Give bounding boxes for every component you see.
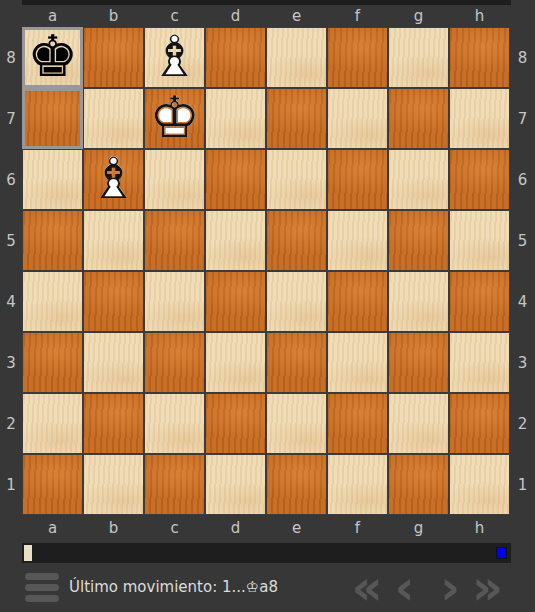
square-a2[interactable] <box>22 393 83 454</box>
square-h5[interactable] <box>449 210 510 271</box>
square-h8[interactable] <box>449 27 510 88</box>
square-c6[interactable] <box>144 149 205 210</box>
rank-label: 1 <box>510 454 535 515</box>
square-e4[interactable] <box>266 271 327 332</box>
square-d6[interactable] <box>205 149 266 210</box>
square-h2[interactable] <box>449 393 510 454</box>
rank-label: 6 <box>0 149 22 210</box>
file-label: b <box>83 515 144 540</box>
square-d8[interactable] <box>205 27 266 88</box>
square-g8[interactable] <box>388 27 449 88</box>
square-g5[interactable] <box>388 210 449 271</box>
square-f5[interactable] <box>327 210 388 271</box>
square-e2[interactable] <box>266 393 327 454</box>
file-label: g <box>388 5 449 27</box>
square-c4[interactable] <box>144 271 205 332</box>
square-a1[interactable] <box>22 454 83 515</box>
rank-label: 6 <box>510 149 535 210</box>
square-g7[interactable] <box>388 88 449 149</box>
seek-start-marker <box>24 545 32 561</box>
square-e1[interactable] <box>266 454 327 515</box>
square-b2[interactable] <box>83 393 144 454</box>
rank-label: 3 <box>510 332 535 393</box>
hamburger-icon <box>25 573 59 580</box>
square-f2[interactable] <box>327 393 388 454</box>
square-h6[interactable] <box>449 149 510 210</box>
square-c5[interactable] <box>144 210 205 271</box>
white-king-piece[interactable]: ♚♔ <box>145 89 204 148</box>
rank-labels-right: 87654321 <box>510 27 535 515</box>
previous-move-button[interactable]: ‹ <box>388 567 420 607</box>
square-h1[interactable] <box>449 454 510 515</box>
rank-labels-left: 87654321 <box>0 27 22 515</box>
square-d7[interactable] <box>205 88 266 149</box>
rank-label: 4 <box>510 271 535 332</box>
white-bishop-outline: ♗ <box>145 28 204 87</box>
rank-label: 2 <box>0 393 22 454</box>
square-b1[interactable] <box>83 454 144 515</box>
square-g4[interactable] <box>388 271 449 332</box>
square-d5[interactable] <box>205 210 266 271</box>
square-c8[interactable]: ♝♗ <box>144 27 205 88</box>
square-b4[interactable] <box>83 271 144 332</box>
square-h3[interactable] <box>449 332 510 393</box>
square-f7[interactable] <box>327 88 388 149</box>
white-bishop-piece[interactable]: ♝♗ <box>84 150 143 209</box>
square-e6[interactable] <box>266 149 327 210</box>
square-g2[interactable] <box>388 393 449 454</box>
white-bishop-outline: ♗ <box>84 150 143 209</box>
square-c7[interactable]: ♚♔ <box>144 88 205 149</box>
rank-label: 5 <box>0 210 22 271</box>
file-labels-bottom: abcdefgh <box>22 515 510 540</box>
square-f4[interactable] <box>327 271 388 332</box>
square-c2[interactable] <box>144 393 205 454</box>
hamburger-icon <box>25 595 59 602</box>
file-label: f <box>327 515 388 540</box>
square-c1[interactable] <box>144 454 205 515</box>
square-a7[interactable] <box>22 88 83 149</box>
square-a3[interactable] <box>22 332 83 393</box>
next-move-button[interactable]: › <box>434 567 466 607</box>
file-label: h <box>449 515 510 540</box>
square-b5[interactable] <box>83 210 144 271</box>
file-label: h <box>449 5 510 27</box>
square-f8[interactable] <box>327 27 388 88</box>
rank-label: 7 <box>0 88 22 149</box>
file-label: c <box>144 515 205 540</box>
last-move-button[interactable]: » <box>466 567 509 607</box>
chess-trainer-app: abcdefgh 87654321 ♚♔♝♗♚♔♝♗ 87654321 abcd… <box>0 0 535 612</box>
chess-board[interactable]: ♚♔♝♗♚♔♝♗ <box>22 27 510 515</box>
rank-label: 8 <box>510 27 535 88</box>
seek-position-marker[interactable] <box>496 547 507 559</box>
square-h7[interactable] <box>449 88 510 149</box>
file-label: f <box>327 5 388 27</box>
square-h4[interactable] <box>449 271 510 332</box>
rank-label: 7 <box>510 88 535 149</box>
square-b7[interactable] <box>83 88 144 149</box>
board-area: 87654321 ♚♔♝♗♚♔♝♗ 87654321 <box>0 27 535 515</box>
rank-label: 5 <box>510 210 535 271</box>
file-label: g <box>388 515 449 540</box>
square-b8[interactable] <box>83 27 144 88</box>
square-e3[interactable] <box>266 332 327 393</box>
black-king-piece[interactable]: ♚♔ <box>23 28 82 87</box>
file-label: d <box>205 515 266 540</box>
file-label: a <box>22 515 83 540</box>
file-labels-top: abcdefgh <box>22 5 510 27</box>
square-g3[interactable] <box>388 332 449 393</box>
square-a5[interactable] <box>22 210 83 271</box>
square-d3[interactable] <box>205 332 266 393</box>
square-f6[interactable] <box>327 149 388 210</box>
square-g6[interactable] <box>388 149 449 210</box>
white-king-outline: ♔ <box>145 89 204 148</box>
last-move-status: Último movimiento: 1...♔a8 <box>69 578 278 596</box>
hamburger-icon <box>25 584 59 591</box>
move-seek-bar[interactable] <box>22 543 511 563</box>
square-e7[interactable] <box>266 88 327 149</box>
file-label: d <box>205 5 266 27</box>
file-label: e <box>266 515 327 540</box>
rank-label: 1 <box>0 454 22 515</box>
bottom-toolbar: Último movimiento: 1...♔a8 « ‹ › » <box>0 563 535 611</box>
move-navigation: « ‹ › » <box>345 567 509 607</box>
square-e5[interactable] <box>266 210 327 271</box>
rank-label: 3 <box>0 332 22 393</box>
square-c3[interactable] <box>144 332 205 393</box>
square-f3[interactable] <box>327 332 388 393</box>
file-label: b <box>83 5 144 27</box>
square-a8[interactable]: ♚♔ <box>22 27 83 88</box>
white-bishop-piece[interactable]: ♝♗ <box>145 28 204 87</box>
square-a4[interactable] <box>22 271 83 332</box>
file-label: e <box>266 5 327 27</box>
square-e8[interactable] <box>266 27 327 88</box>
square-d2[interactable] <box>205 393 266 454</box>
black-king-outline: ♔ <box>23 28 82 87</box>
square-f1[interactable] <box>327 454 388 515</box>
rank-label: 2 <box>510 393 535 454</box>
rank-label: 4 <box>0 271 22 332</box>
square-b3[interactable] <box>83 332 144 393</box>
square-a6[interactable] <box>22 149 83 210</box>
square-d1[interactable] <box>205 454 266 515</box>
rank-label: 8 <box>0 27 22 88</box>
square-b6[interactable]: ♝♗ <box>83 149 144 210</box>
square-g1[interactable] <box>388 454 449 515</box>
menu-button[interactable] <box>25 573 59 602</box>
square-d4[interactable] <box>205 271 266 332</box>
first-move-button[interactable]: « <box>345 567 388 607</box>
